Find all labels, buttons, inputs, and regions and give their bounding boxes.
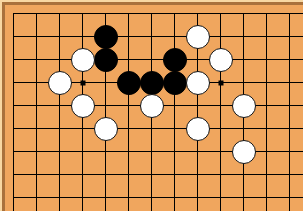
hoshi-point <box>218 80 223 85</box>
white-stone[interactable] <box>186 25 210 49</box>
black-stone[interactable] <box>140 71 164 95</box>
white-stone[interactable] <box>140 94 164 118</box>
white-stone[interactable] <box>186 117 210 141</box>
hoshi-point <box>80 80 85 85</box>
board-edge-top <box>2 2 303 5</box>
white-stone[interactable] <box>186 71 210 95</box>
black-stone[interactable] <box>163 48 187 72</box>
white-stone[interactable] <box>94 117 118 141</box>
black-stone[interactable] <box>117 71 141 95</box>
white-stone[interactable] <box>232 140 256 164</box>
go-board[interactable] <box>0 0 303 211</box>
white-stone[interactable] <box>71 94 95 118</box>
black-stone[interactable] <box>94 48 118 72</box>
black-stone[interactable] <box>163 71 187 95</box>
white-stone[interactable] <box>48 71 72 95</box>
black-stone[interactable] <box>94 25 118 49</box>
white-stone[interactable] <box>209 48 233 72</box>
board-edge-left <box>2 2 5 211</box>
white-stone[interactable] <box>71 48 95 72</box>
white-stone[interactable] <box>232 94 256 118</box>
